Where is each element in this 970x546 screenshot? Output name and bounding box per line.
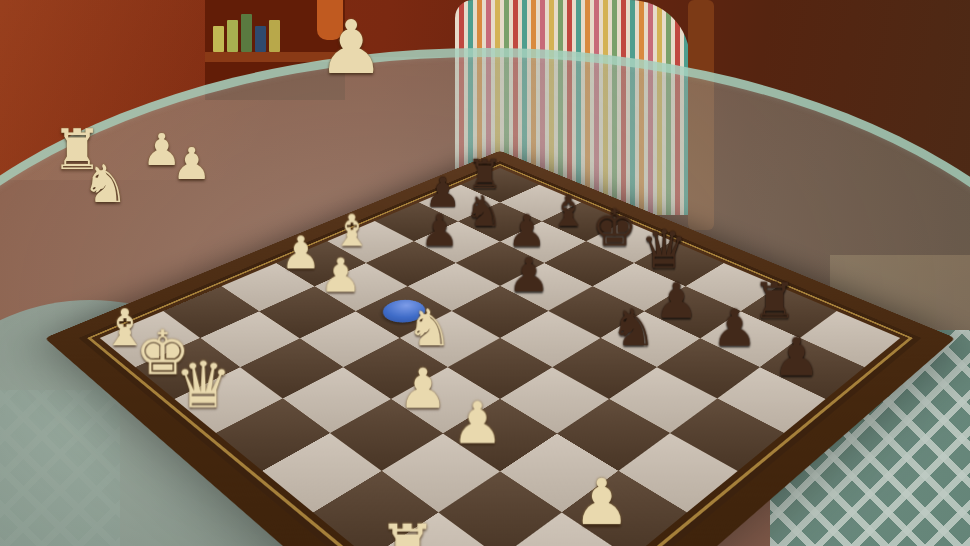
book [227,20,238,52]
white-pawn-offboard[interactable]: ♟ [172,142,211,186]
scene: ♜♝♚♛♜♟♞♟♟♟♟♟♟♞♝♟♟♞♟♟♟♝♚♛♜ ♟♜♞♟♟ [0,0,970,546]
white-pawn-g4[interactable]: ♟ [307,252,374,299]
book [213,26,224,52]
black-pawn-a7[interactable]: ♟ [760,330,835,383]
book [241,14,252,52]
white-knight-offboard[interactable]: ♞ [82,158,129,210]
white-rook-b1[interactable]: ♜ [360,515,455,546]
black-knight-c6[interactable]: ♞ [597,302,669,353]
black-queen-d8[interactable]: ♛ [632,223,696,276]
white-pawn-c3[interactable]: ♟ [437,394,519,452]
white-pawn-offboard[interactable]: ♟ [318,10,384,84]
white-knight-e4[interactable]: ♞ [394,302,466,353]
black-pawn-e6[interactable]: ♟ [496,252,563,299]
black-pawn-f7[interactable]: ♟ [496,209,558,253]
book [269,20,280,52]
white-queen-f1[interactable]: ♛ [164,353,242,417]
black-pawn-g6[interactable]: ♟ [408,209,470,253]
white-pawn-a3[interactable]: ♟ [558,471,648,535]
book [255,26,266,52]
